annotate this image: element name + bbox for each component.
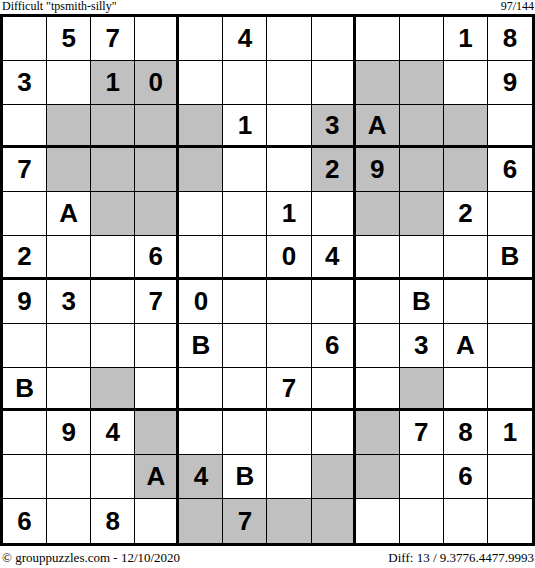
cell-r3c4-empty[interactable] bbox=[135, 105, 179, 149]
puzzle-page: Difficult "tpsmith-silly" 97/144 5741831… bbox=[0, 0, 535, 568]
cell-r2c2-empty[interactable] bbox=[47, 61, 91, 105]
cell-r1c4-empty[interactable] bbox=[135, 17, 179, 61]
cell-r5c10-empty[interactable] bbox=[400, 192, 444, 236]
cell-r3c2-empty[interactable] bbox=[47, 105, 91, 149]
cell-r6c9-empty[interactable] bbox=[356, 236, 400, 280]
cell-r9c2-empty[interactable] bbox=[47, 368, 91, 412]
cell-r12c1-given-6[interactable]: 6 bbox=[3, 499, 47, 543]
cell-r7c12-empty[interactable] bbox=[488, 280, 532, 324]
page-header: Difficult "tpsmith-silly" 97/144 bbox=[0, 0, 535, 14]
cell-r10c10-given-7[interactable]: 7 bbox=[400, 411, 444, 455]
cell-r10c6-empty[interactable] bbox=[223, 411, 267, 455]
cell-r8c6-empty[interactable] bbox=[223, 324, 267, 368]
cell-r8c9-empty[interactable] bbox=[356, 324, 400, 368]
cell-r1c12-given-8[interactable]: 8 bbox=[488, 17, 532, 61]
cell-r12c9-empty[interactable] bbox=[356, 499, 400, 543]
cell-r12c2-empty[interactable] bbox=[47, 499, 91, 543]
cell-r6c8-given-4[interactable]: 4 bbox=[312, 236, 356, 280]
cell-r9c4-empty[interactable] bbox=[135, 368, 179, 412]
cell-r1c10-empty[interactable] bbox=[400, 17, 444, 61]
cell-r3c11-empty[interactable] bbox=[444, 105, 488, 149]
cell-r9c6-empty[interactable] bbox=[223, 368, 267, 412]
cell-r2c5-empty[interactable] bbox=[179, 61, 223, 105]
cell-r9c12-empty[interactable] bbox=[488, 368, 532, 412]
cell-r3c5-empty[interactable] bbox=[179, 105, 223, 149]
cell-r3c7-empty[interactable] bbox=[267, 105, 311, 149]
cell-r2c11-empty[interactable] bbox=[444, 61, 488, 105]
cell-r1c3-given-7[interactable]: 7 bbox=[91, 17, 135, 61]
cell-r5c6-empty[interactable] bbox=[223, 192, 267, 236]
cell-r8c5-given-B[interactable]: B bbox=[179, 324, 223, 368]
cell-r11c5-given-4[interactable]: 4 bbox=[179, 455, 223, 499]
cell-r4c2-empty[interactable] bbox=[47, 148, 91, 192]
cell-r4c4-empty[interactable] bbox=[135, 148, 179, 192]
cell-r1c7-empty[interactable] bbox=[267, 17, 311, 61]
cell-r12c11-empty[interactable] bbox=[444, 499, 488, 543]
cell-r11c8-empty[interactable] bbox=[312, 455, 356, 499]
cell-r5c8-empty[interactable] bbox=[312, 192, 356, 236]
cell-r4c12-given-6[interactable]: 6 bbox=[488, 148, 532, 192]
cell-r5c12-empty[interactable] bbox=[488, 192, 532, 236]
cell-r3c10-empty[interactable] bbox=[400, 105, 444, 149]
cell-r2c10-empty[interactable] bbox=[400, 61, 444, 105]
cell-r7c5-given-0[interactable]: 0 bbox=[179, 280, 223, 324]
puzzle-counter: 97/144 bbox=[501, 0, 534, 13]
cell-r1c2-given-5[interactable]: 5 bbox=[47, 17, 91, 61]
cell-r5c2-given-A[interactable]: A bbox=[47, 192, 91, 236]
cell-r10c7-empty[interactable] bbox=[267, 411, 311, 455]
cell-r12c5-empty[interactable] bbox=[179, 499, 223, 543]
cell-r2c12-given-9[interactable]: 9 bbox=[488, 61, 532, 105]
cell-r7c9-empty[interactable] bbox=[356, 280, 400, 324]
cell-r8c11-given-A[interactable]: A bbox=[444, 324, 488, 368]
cell-r7c3-empty[interactable] bbox=[91, 280, 135, 324]
cell-r6c11-empty[interactable] bbox=[444, 236, 488, 280]
cell-r6c10-empty[interactable] bbox=[400, 236, 444, 280]
cell-r3c3-empty[interactable] bbox=[91, 105, 135, 149]
cell-r1c8-empty[interactable] bbox=[312, 17, 356, 61]
cell-r10c4-empty[interactable] bbox=[135, 411, 179, 455]
cell-r7c4-given-7[interactable]: 7 bbox=[135, 280, 179, 324]
cell-r4c6-empty[interactable] bbox=[223, 148, 267, 192]
cell-r1c11-given-1[interactable]: 1 bbox=[444, 17, 488, 61]
cell-r6c6-empty[interactable] bbox=[223, 236, 267, 280]
cell-r6c1-given-2[interactable]: 2 bbox=[3, 236, 47, 280]
cell-r10c5-empty[interactable] bbox=[179, 411, 223, 455]
cell-r11c3-empty[interactable] bbox=[91, 455, 135, 499]
cell-r8c1-empty[interactable] bbox=[3, 324, 47, 368]
cell-r12c3-given-8[interactable]: 8 bbox=[91, 499, 135, 543]
cell-r2c7-empty[interactable] bbox=[267, 61, 311, 105]
sudoku-grid: 57418310913A7296A122604B9370BB63AB794781… bbox=[0, 14, 535, 546]
cell-r1c1-empty[interactable] bbox=[3, 17, 47, 61]
cell-r9c7-given-7[interactable]: 7 bbox=[267, 368, 311, 412]
cell-r8c12-empty[interactable] bbox=[488, 324, 532, 368]
cell-r3c8-given-3[interactable]: 3 bbox=[312, 105, 356, 149]
cell-r12c6-given-7[interactable]: 7 bbox=[223, 499, 267, 543]
cell-r4c10-empty[interactable] bbox=[400, 148, 444, 192]
cell-r12c7-empty[interactable] bbox=[267, 499, 311, 543]
cell-r11c10-empty[interactable] bbox=[400, 455, 444, 499]
cell-r7c1-given-9[interactable]: 9 bbox=[3, 280, 47, 324]
cell-r5c9-empty[interactable] bbox=[356, 192, 400, 236]
copyright-text: © grouppuzzles.com - 12/10/2020 bbox=[2, 548, 180, 567]
difficulty-rating: Diff: 13 / 9.3776.4477.9993 bbox=[388, 548, 534, 567]
cell-r12c12-empty[interactable] bbox=[488, 499, 532, 543]
cell-r7c2-given-3[interactable]: 3 bbox=[47, 280, 91, 324]
cell-r2c6-empty[interactable] bbox=[223, 61, 267, 105]
cell-r8c8-given-6[interactable]: 6 bbox=[312, 324, 356, 368]
cell-r6c12-given-B[interactable]: B bbox=[488, 236, 532, 280]
cell-r1c5-empty[interactable] bbox=[179, 17, 223, 61]
cell-r4c9-given-9[interactable]: 9 bbox=[356, 148, 400, 192]
cell-r5c7-given-1[interactable]: 1 bbox=[267, 192, 311, 236]
cell-r2c1-given-3[interactable]: 3 bbox=[3, 61, 47, 105]
cell-r7c8-empty[interactable] bbox=[312, 280, 356, 324]
cell-r3c12-empty[interactable] bbox=[488, 105, 532, 149]
cell-r2c8-empty[interactable] bbox=[312, 61, 356, 105]
cell-r2c3-given-1[interactable]: 1 bbox=[91, 61, 135, 105]
cell-r8c10-given-3[interactable]: 3 bbox=[400, 324, 444, 368]
cell-r10c11-given-8[interactable]: 8 bbox=[444, 411, 488, 455]
cell-r9c1-given-B[interactable]: B bbox=[3, 368, 47, 412]
cell-r4c3-empty[interactable] bbox=[91, 148, 135, 192]
cell-r4c8-given-2[interactable]: 2 bbox=[312, 148, 356, 192]
cell-r9c10-empty[interactable] bbox=[400, 368, 444, 412]
cell-r7c6-empty[interactable] bbox=[223, 280, 267, 324]
cell-r11c7-empty[interactable] bbox=[267, 455, 311, 499]
cell-r5c5-empty[interactable] bbox=[179, 192, 223, 236]
cell-r11c4-given-A[interactable]: A bbox=[135, 455, 179, 499]
cell-r6c2-empty[interactable] bbox=[47, 236, 91, 280]
cell-r1c6-given-4[interactable]: 4 bbox=[223, 17, 267, 61]
cell-r10c2-given-9[interactable]: 9 bbox=[47, 411, 91, 455]
cell-r7c10-given-B[interactable]: B bbox=[400, 280, 444, 324]
cell-r12c4-empty[interactable] bbox=[135, 499, 179, 543]
cell-r7c7-empty[interactable] bbox=[267, 280, 311, 324]
cell-r9c11-empty[interactable] bbox=[444, 368, 488, 412]
cell-r4c7-empty[interactable] bbox=[267, 148, 311, 192]
cell-r4c5-empty[interactable] bbox=[179, 148, 223, 192]
cell-r6c5-empty[interactable] bbox=[179, 236, 223, 280]
cell-r3c9-given-A[interactable]: A bbox=[356, 105, 400, 149]
cell-r3c6-given-1[interactable]: 1 bbox=[223, 105, 267, 149]
cell-r9c3-empty[interactable] bbox=[91, 368, 135, 412]
cell-r11c9-empty[interactable] bbox=[356, 455, 400, 499]
cell-r10c12-given-1[interactable]: 1 bbox=[488, 411, 532, 455]
cell-r5c11-given-2[interactable]: 2 bbox=[444, 192, 488, 236]
cell-r5c3-empty[interactable] bbox=[91, 192, 135, 236]
cell-r6c3-empty[interactable] bbox=[91, 236, 135, 280]
cell-r10c3-given-4[interactable]: 4 bbox=[91, 411, 135, 455]
puzzle-title: Difficult "tpsmith-silly" bbox=[2, 0, 117, 13]
cell-r2c9-empty[interactable] bbox=[356, 61, 400, 105]
cell-r9c5-empty[interactable] bbox=[179, 368, 223, 412]
cell-r4c1-given-7[interactable]: 7 bbox=[3, 148, 47, 192]
cell-r6c7-given-0[interactable]: 0 bbox=[267, 236, 311, 280]
cell-r11c12-empty[interactable] bbox=[488, 455, 532, 499]
cell-r4c11-empty[interactable] bbox=[444, 148, 488, 192]
cell-r8c2-empty[interactable] bbox=[47, 324, 91, 368]
cell-r9c8-empty[interactable] bbox=[312, 368, 356, 412]
cell-r12c10-empty[interactable] bbox=[400, 499, 444, 543]
cell-r5c4-empty[interactable] bbox=[135, 192, 179, 236]
cell-r11c6-given-B[interactable]: B bbox=[223, 455, 267, 499]
cell-r11c2-empty[interactable] bbox=[47, 455, 91, 499]
cell-r1c9-empty[interactable] bbox=[356, 17, 400, 61]
cell-r3c1-empty[interactable] bbox=[3, 105, 47, 149]
cell-r6c4-given-6[interactable]: 6 bbox=[135, 236, 179, 280]
cell-r11c1-empty[interactable] bbox=[3, 455, 47, 499]
cell-r10c1-empty[interactable] bbox=[3, 411, 47, 455]
cell-r8c7-empty[interactable] bbox=[267, 324, 311, 368]
cell-r2c4-given-0[interactable]: 0 bbox=[135, 61, 179, 105]
cell-r10c9-empty[interactable] bbox=[356, 411, 400, 455]
cell-r5c1-empty[interactable] bbox=[3, 192, 47, 236]
cell-r8c4-empty[interactable] bbox=[135, 324, 179, 368]
cell-r11c11-given-6[interactable]: 6 bbox=[444, 455, 488, 499]
cell-r8c3-empty[interactable] bbox=[91, 324, 135, 368]
cell-r7c11-empty[interactable] bbox=[444, 280, 488, 324]
cell-r10c8-empty[interactable] bbox=[312, 411, 356, 455]
cell-r12c8-empty[interactable] bbox=[312, 499, 356, 543]
page-footer: © grouppuzzles.com - 12/10/2020 Diff: 13… bbox=[0, 548, 535, 568]
cell-r9c9-empty[interactable] bbox=[356, 368, 400, 412]
